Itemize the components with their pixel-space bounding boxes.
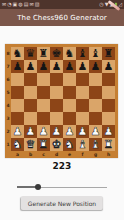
board-square-g5 [89,86,102,99]
board-square-f2: ♟ [76,125,89,138]
generate-new-position-button[interactable]: Generate New Position [21,196,103,210]
board-square-d3 [50,112,63,125]
file-label-b: b [24,151,37,158]
board-square-a1: ♞ [11,138,24,151]
file-label-e: e [63,151,76,158]
board-square-d2: ♟ [50,125,63,138]
notification-icon-2: ◔ [7,0,11,9]
board-square-e5 [63,86,76,99]
board-square-f3 [76,112,89,125]
board-square-c8: ♜ [37,47,50,60]
board-square-d6 [50,73,63,86]
board-square-e1: ♞ [63,138,76,151]
notification-icon-4: ◍ [18,0,22,9]
board-square-e7: ♟ [63,60,76,73]
board-frame-edge [115,86,118,99]
board-square-f7: ♟ [76,60,89,73]
board-square-c6 [37,73,50,86]
board-square-b2: ♟ [24,125,37,138]
notification-icon-5: ▤ [24,0,29,9]
board-square-e3 [63,112,76,125]
board-square-e4 [63,99,76,112]
notification-icon-3: ▣ [13,0,18,9]
board-square-d1: ♚ [50,138,63,151]
board-square-c5 [37,86,50,99]
board-square-h4 [102,99,115,112]
stylus-cursor-icon [106,1,124,18]
stylus-cursor-bar [108,0,121,11]
black-king-piece: ♚ [52,47,62,60]
board-square-g2: ♟ [89,125,102,138]
board-square-h3 [102,112,115,125]
file-label-g: g [89,151,102,158]
white-rook-piece: ♜ [39,138,49,151]
app-screen: ✉◔▣◍▤✉▧ ◷▼◢▮◿ The Chess960 Generator 8♞♛… [0,0,124,220]
white-knight-piece: ♞ [13,138,23,151]
black-pawn-piece: ♟ [65,60,75,73]
black-bishop-piece: ♝ [91,47,101,60]
board-square-g3 [89,112,102,125]
board-square-a4 [11,99,24,112]
black-pawn-piece: ♟ [13,60,23,73]
board-square-e2: ♟ [63,125,76,138]
white-knight-piece: ♞ [65,138,75,151]
position-slider[interactable] [17,182,107,192]
notification-icon-7: ▧ [35,0,40,9]
board-square-g4 [89,99,102,112]
board-frame-edge [115,60,118,73]
board-square-a7: ♟ [11,60,24,73]
status-bar-notification-icons: ✉◔▣◍▤✉▧ [2,0,39,9]
black-pawn-piece: ♟ [52,60,62,73]
black-pawn-piece: ♟ [91,60,101,73]
white-pawn-piece: ♟ [39,125,49,138]
board-square-h6 [102,73,115,86]
white-rook-piece: ♜ [104,138,114,151]
board-square-f5 [76,86,89,99]
white-pawn-piece: ♟ [13,125,23,138]
board-frame-edge [115,112,118,125]
black-rook-piece: ♜ [104,47,114,60]
board-frame-edge [115,151,118,158]
board-frame-edge [115,73,118,86]
board-square-a2: ♟ [11,125,24,138]
black-pawn-piece: ♟ [39,60,49,73]
board-square-d4 [50,99,63,112]
board-frame-edge [115,47,118,60]
board-frame-edge [115,125,118,138]
white-pawn-piece: ♟ [78,125,88,138]
board-square-b3 [24,112,37,125]
email-notification-icon: ✉ [2,0,6,9]
white-pawn-piece: ♟ [52,125,62,138]
position-number: 223 [0,161,124,171]
chess-board: 8♞♛♜♚♞♝♝♜7♟♟♟♟♟♟♟♟65432♟♟♟♟♟♟♟♟1♞♛♜♚♞♝♝♜… [5,44,118,158]
board-square-h7: ♟ [102,60,115,73]
black-knight-piece: ♞ [13,47,23,60]
white-pawn-piece: ♟ [104,125,114,138]
alarm-icon: ◷ [99,0,103,9]
board-square-h2: ♟ [102,125,115,138]
board-square-h8: ♜ [102,47,115,60]
board-square-a6 [11,73,24,86]
file-label-c: c [37,151,50,158]
board-square-h5 [102,86,115,99]
board-square-d5 [50,86,63,99]
board-square-g7: ♟ [89,60,102,73]
board-square-c1: ♜ [37,138,50,151]
black-queen-piece: ♛ [26,47,36,60]
white-pawn-piece: ♟ [65,125,75,138]
board-square-f4 [76,99,89,112]
white-king-piece: ♚ [52,138,62,151]
email-notification-icon-2: ✉ [29,0,33,9]
board-square-c7: ♟ [37,60,50,73]
black-knight-piece: ♞ [65,47,75,60]
board-square-c4 [37,99,50,112]
slider-thumb[interactable] [35,184,41,190]
board-square-d7: ♟ [50,60,63,73]
board-square-g1: ♝ [89,138,102,151]
black-pawn-piece: ♟ [78,60,88,73]
board-square-e6 [63,73,76,86]
board-square-a3 [11,112,24,125]
file-label-a: a [11,151,24,158]
board-square-f1: ♝ [76,138,89,151]
board-square-a8: ♞ [11,47,24,60]
board-square-c2: ♟ [37,125,50,138]
board-square-g8: ♝ [89,47,102,60]
board-square-e8: ♞ [63,47,76,60]
black-bishop-piece: ♝ [78,47,88,60]
board-square-b5 [24,86,37,99]
board-square-f8: ♝ [76,47,89,60]
board-frame-edge [115,99,118,112]
board-square-b4 [24,99,37,112]
board-square-g6 [89,73,102,86]
board-square-b1: ♛ [24,138,37,151]
black-pawn-piece: ♟ [26,60,36,73]
black-rook-piece: ♜ [39,47,49,60]
board-square-b7: ♟ [24,60,37,73]
file-label-f: f [76,151,89,158]
app-title: The Chess960 Generator [17,14,107,22]
board-square-b6 [24,73,37,86]
black-pawn-piece: ♟ [104,60,114,73]
board-square-d8: ♚ [50,47,63,60]
board-square-b8: ♛ [24,47,37,60]
white-queen-piece: ♛ [26,138,36,151]
white-bishop-piece: ♝ [78,138,88,151]
file-label-d: d [50,151,63,158]
board-square-f6 [76,73,89,86]
board-square-a5 [11,86,24,99]
board-square-h1: ♜ [102,138,115,151]
file-label-h: h [102,151,115,158]
board-frame-edge [115,138,118,151]
board-square-c3 [37,112,50,125]
white-pawn-piece: ♟ [26,125,36,138]
white-pawn-piece: ♟ [91,125,101,138]
white-bishop-piece: ♝ [91,138,101,151]
